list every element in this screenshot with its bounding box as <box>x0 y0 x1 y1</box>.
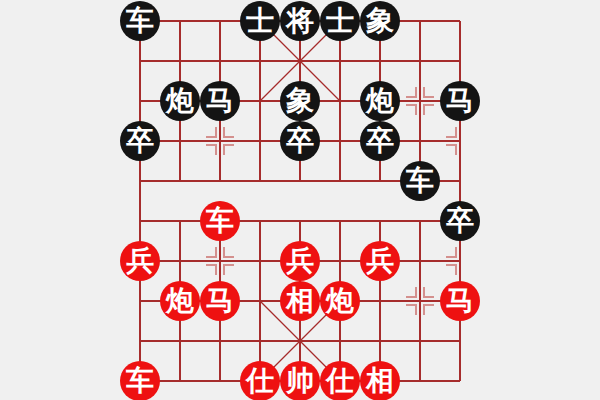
piece-black-horse[interactable]: 马 <box>200 81 240 121</box>
piece-black-cannon[interactable]: 炮 <box>160 81 200 121</box>
pieces-layer: 车士将士象炮马象炮马卒卒卒车卒车兵兵兵炮马相炮马车仕帅仕相 <box>0 0 600 400</box>
piece-red-horse[interactable]: 马 <box>440 281 480 321</box>
piece-black-elephant[interactable]: 象 <box>360 1 400 41</box>
piece-red-horse[interactable]: 马 <box>200 281 240 321</box>
piece-black-cannon[interactable]: 炮 <box>360 81 400 121</box>
piece-black-soldier[interactable]: 卒 <box>280 121 320 161</box>
piece-black-advisor[interactable]: 士 <box>240 1 280 41</box>
piece-black-soldier[interactable]: 卒 <box>360 121 400 161</box>
piece-red-soldier[interactable]: 兵 <box>360 241 400 281</box>
piece-red-soldier[interactable]: 兵 <box>120 241 160 281</box>
piece-black-soldier[interactable]: 卒 <box>120 121 160 161</box>
piece-red-general[interactable]: 帅 <box>280 361 320 400</box>
piece-red-elephant[interactable]: 相 <box>280 281 320 321</box>
piece-red-chariot[interactable]: 车 <box>120 361 160 400</box>
piece-black-elephant[interactable]: 象 <box>280 81 320 121</box>
piece-red-soldier[interactable]: 兵 <box>280 241 320 281</box>
piece-black-horse[interactable]: 马 <box>440 81 480 121</box>
piece-red-elephant[interactable]: 相 <box>360 361 400 400</box>
piece-red-advisor[interactable]: 仕 <box>320 361 360 400</box>
xiangqi-board: 车士将士象炮马象炮马卒卒卒车卒车兵兵兵炮马相炮马车仕帅仕相 <box>0 0 600 400</box>
piece-red-cannon[interactable]: 炮 <box>160 281 200 321</box>
piece-black-soldier[interactable]: 卒 <box>440 201 480 241</box>
piece-red-chariot[interactable]: 车 <box>200 201 240 241</box>
piece-black-chariot[interactable]: 车 <box>120 1 160 41</box>
piece-black-chariot[interactable]: 车 <box>400 161 440 201</box>
piece-black-general[interactable]: 将 <box>280 1 320 41</box>
piece-black-advisor[interactable]: 士 <box>320 1 360 41</box>
piece-red-cannon[interactable]: 炮 <box>320 281 360 321</box>
piece-red-advisor[interactable]: 仕 <box>240 361 280 400</box>
